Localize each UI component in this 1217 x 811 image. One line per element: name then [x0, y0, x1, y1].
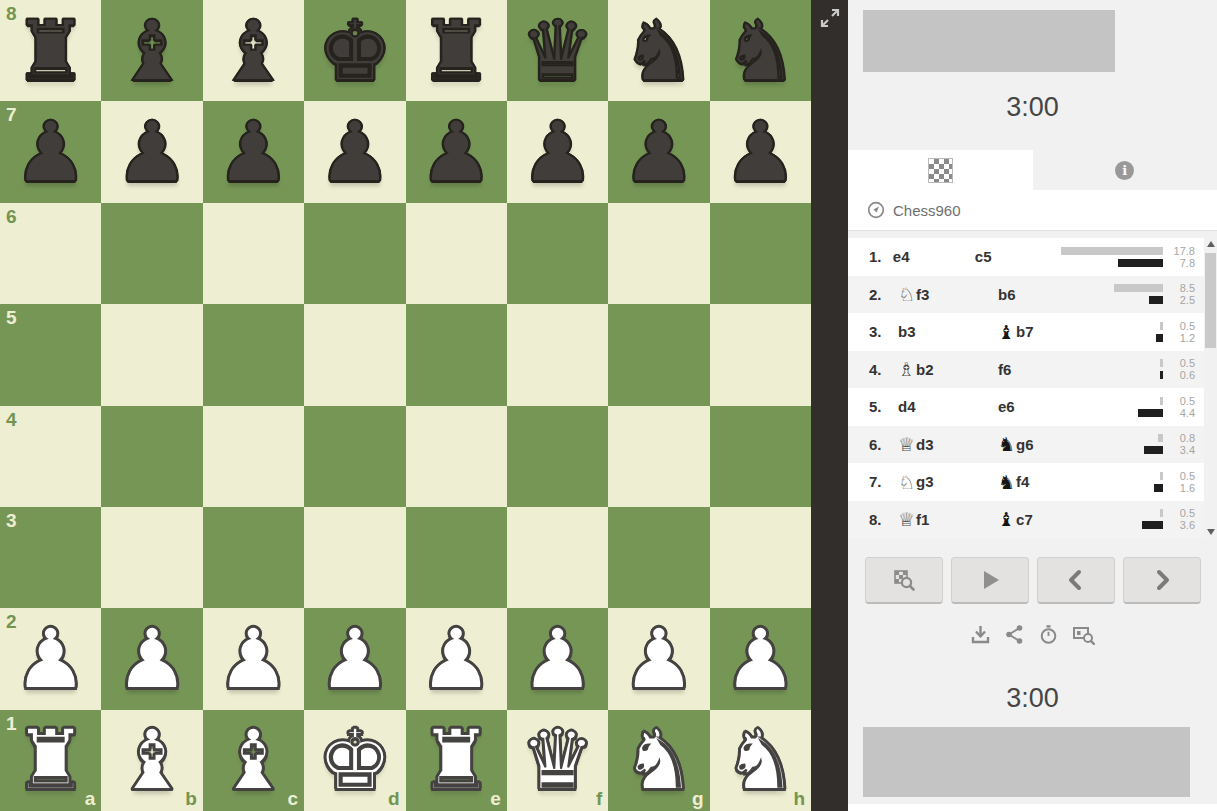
expand-board-icon[interactable] [818, 6, 842, 30]
black-bishop[interactable]: ♝ [216, 9, 291, 93]
white-time-line: 0.8 [1144, 433, 1195, 443]
analysis-board-button[interactable] [865, 557, 943, 604]
move-number: 2. [848, 286, 898, 303]
white-time-line: 0.5 [1154, 471, 1195, 481]
white-queen[interactable]: ♛ [520, 718, 595, 802]
square-f4[interactable] [507, 406, 608, 507]
black-time-line: 3.4 [1144, 445, 1195, 455]
square-g1[interactable]: g♞ [608, 710, 709, 811]
analysis-board-icon [891, 567, 917, 593]
white-time-value: 0.5 [1168, 396, 1195, 406]
move-time-info: 0.83.4 [1144, 433, 1204, 455]
move-text: g3 [916, 473, 934, 490]
black-rook[interactable]: ♜ [13, 9, 88, 93]
move-text: b6 [998, 286, 1016, 303]
move-text: b7 [1016, 323, 1034, 340]
black-time-value: 4.4 [1168, 408, 1195, 418]
white-pawn[interactable]: ♟ [621, 617, 696, 701]
square-g8[interactable]: ♞ [608, 0, 709, 101]
move-number: 5. [848, 398, 898, 415]
square-g5[interactable] [608, 304, 709, 405]
top-player-clock: 3:00 [848, 92, 1217, 123]
info-icon: i [1115, 161, 1134, 180]
white-knight[interactable]: ♞ [621, 718, 696, 802]
square-g6[interactable] [608, 203, 709, 304]
black-move[interactable]: ♝b7 [998, 321, 1103, 343]
white-move[interactable]: e4 [893, 248, 975, 265]
move-time-info: 17.87.8 [1061, 246, 1204, 268]
chevron-left-icon [1063, 567, 1089, 593]
board-side-strip [811, 0, 848, 811]
square-c3[interactable] [203, 507, 304, 608]
black-time-line: 3.6 [1142, 520, 1195, 530]
square-c2[interactable]: ♟ [203, 608, 304, 709]
white-bishop[interactable]: ♝ [216, 718, 291, 802]
move-piece-icon: ♕ [898, 508, 915, 530]
move-time-info: 0.53.6 [1142, 508, 1204, 530]
black-move[interactable]: ♞f4 [998, 471, 1103, 493]
move-text: c5 [975, 248, 992, 265]
move-text: b3 [898, 323, 916, 340]
move-text: c7 [1016, 511, 1033, 528]
square-b3[interactable] [101, 507, 202, 608]
square-d8[interactable]: ♚ [304, 0, 405, 101]
move-text: b2 [916, 361, 934, 378]
black-pawn[interactable]: ♟ [13, 110, 88, 194]
square-h7[interactable]: ♟ [710, 101, 811, 202]
square-a4[interactable]: 4 [0, 406, 101, 507]
black-time-bar [1144, 446, 1163, 454]
square-a5[interactable]: 5 [0, 304, 101, 405]
move-text: f4 [1016, 473, 1029, 490]
square-f6[interactable] [507, 203, 608, 304]
black-time-value: 0.6 [1168, 370, 1195, 380]
black-time-line: 2.5 [1114, 295, 1195, 305]
square-b5[interactable] [101, 304, 202, 405]
square-c4[interactable] [203, 406, 304, 507]
move-row-8: 8.♕f1♝c70.53.6 [848, 501, 1204, 539]
stopwatch-icon[interactable] [1038, 624, 1059, 645]
black-time-bar [1149, 296, 1163, 304]
square-e3[interactable] [406, 507, 507, 608]
square-b7[interactable]: ♟ [101, 101, 202, 202]
black-pawn[interactable]: ♟ [216, 110, 291, 194]
move-time-info: 0.50.6 [1160, 358, 1204, 380]
move-row-4: 4.♗b2f60.50.6 [848, 351, 1204, 389]
white-rook[interactable]: ♜ [419, 718, 494, 802]
chess960-game-screen: 8♜♝♝♚♜♛♞♞7♟♟♟♟♟♟♟♟65432♟♟♟♟♟♟♟♟1a♜b♝c♝d♚… [0, 0, 1217, 811]
white-rook[interactable]: ♜ [13, 718, 88, 802]
white-move[interactable]: ♘g3 [898, 471, 998, 493]
move-number: 1. [848, 248, 893, 265]
move-number: 6. [848, 436, 898, 453]
mini-chessboard-icon [928, 158, 953, 183]
white-time-line: 0.5 [1138, 396, 1195, 406]
white-pawn[interactable]: ♟ [419, 617, 494, 701]
square-g4[interactable] [608, 406, 709, 507]
black-time-value: 3.6 [1168, 520, 1195, 530]
square-b1[interactable]: b♝ [101, 710, 202, 811]
white-time-bar [1158, 434, 1163, 442]
move-text: d4 [898, 398, 916, 415]
white-time-bar [1061, 247, 1163, 255]
play-icon [977, 567, 1003, 593]
black-time-line: 1.6 [1154, 483, 1195, 493]
square-c8[interactable]: ♝ [203, 0, 304, 101]
square-d3[interactable] [304, 507, 405, 608]
move-piece-icon: ♕ [898, 433, 915, 455]
white-move[interactable]: ♘f3 [898, 283, 998, 305]
black-rook[interactable]: ♜ [419, 9, 494, 93]
black-bishop[interactable]: ♝ [114, 9, 189, 93]
share-icon[interactable] [1004, 624, 1025, 645]
square-f3[interactable] [507, 507, 608, 608]
move-row-6: 6.♕d3♞g60.83.4 [848, 426, 1204, 464]
square-h8[interactable]: ♞ [710, 0, 811, 101]
white-bishop[interactable]: ♝ [114, 718, 189, 802]
square-e2[interactable]: ♟ [406, 608, 507, 709]
scroll-down-icon[interactable] [1207, 529, 1215, 535]
scrollbar-thumb[interactable] [1205, 253, 1216, 348]
file-label-c: c [288, 789, 299, 808]
rank-label-6: 6 [6, 207, 17, 226]
white-time-line: 0.5 [1142, 508, 1195, 518]
move-text: d3 [916, 436, 934, 453]
game-tools [848, 619, 1217, 649]
white-time-bar [1160, 472, 1163, 480]
move-time-info: 0.54.4 [1138, 396, 1204, 418]
square-h3[interactable] [710, 507, 811, 608]
square-h6[interactable] [710, 203, 811, 304]
black-time-bar [1142, 521, 1163, 529]
white-time-bar [1160, 509, 1163, 517]
square-f7[interactable]: ♟ [507, 101, 608, 202]
rank-label-8: 8 [6, 4, 17, 23]
download-icon[interactable] [970, 624, 991, 645]
square-b4[interactable] [101, 406, 202, 507]
playback-controls [865, 557, 1201, 604]
white-knight[interactable]: ♞ [723, 718, 798, 802]
white-move[interactable]: d4 [898, 398, 998, 415]
variant-label: Chess960 [893, 202, 961, 219]
square-h2[interactable]: ♟ [710, 608, 811, 709]
square-d2[interactable]: ♟ [304, 608, 405, 709]
black-move[interactable]: b6 [998, 286, 1103, 303]
next-move-button[interactable] [1123, 557, 1201, 604]
bottom-player-name-placeholder [863, 727, 1190, 797]
move-text: e6 [998, 398, 1015, 415]
white-time-value: 0.8 [1168, 433, 1195, 443]
white-move[interactable]: ♕f1 [898, 508, 998, 530]
move-row-2: 2.♘f3b68.52.5 [848, 276, 1204, 314]
square-e7[interactable]: ♟ [406, 101, 507, 202]
file-label-b: b [185, 789, 197, 808]
white-time-value: 0.5 [1168, 471, 1195, 481]
move-list: 1.e4c517.87.82.♘f3b68.52.53.b3♝b70.51.24… [848, 238, 1204, 538]
move-text: f3 [916, 286, 929, 303]
file-label-h: h [793, 789, 805, 808]
square-b8[interactable]: ♝ [101, 0, 202, 101]
white-move[interactable]: ♕d3 [898, 433, 998, 455]
square-a2[interactable]: 2♟ [0, 608, 101, 709]
square-g3[interactable] [608, 507, 709, 608]
square-e4[interactable] [406, 406, 507, 507]
white-time-bar [1160, 322, 1163, 330]
black-time-line: 7.8 [1061, 258, 1195, 268]
square-f5[interactable] [507, 304, 608, 405]
white-time-bar [1160, 397, 1163, 405]
move-row-1: 1.e4c517.87.8 [848, 238, 1204, 276]
white-time-value: 0.5 [1168, 321, 1195, 331]
move-time-info: 0.51.6 [1154, 471, 1204, 493]
white-move[interactable]: b3 [898, 323, 998, 340]
square-e8[interactable]: ♜ [406, 0, 507, 101]
rank-label-5: 5 [6, 308, 17, 327]
move-row-5: 5.d4e60.54.4 [848, 388, 1204, 426]
chess960-variant-icon [867, 201, 885, 219]
move-piece-icon: ♞ [998, 433, 1015, 455]
square-b6[interactable] [101, 203, 202, 304]
black-king[interactable]: ♚ [317, 9, 392, 93]
move-number: 3. [848, 323, 898, 340]
square-a6[interactable]: 6 [0, 203, 101, 304]
white-pawn[interactable]: ♟ [520, 617, 595, 701]
square-c1[interactable]: c♝ [203, 710, 304, 811]
play-button[interactable] [951, 557, 1029, 604]
chess-board: 8♜♝♝♚♜♛♞♞7♟♟♟♟♟♟♟♟65432♟♟♟♟♟♟♟♟1a♜b♝c♝d♚… [0, 0, 811, 811]
square-a8[interactable]: 8♜ [0, 0, 101, 101]
move-text: g6 [1016, 436, 1034, 453]
black-time-bar [1156, 334, 1163, 342]
black-time-line: 4.4 [1138, 408, 1195, 418]
move-number: 8. [848, 511, 898, 528]
square-a1[interactable]: 1a♜ [0, 710, 101, 811]
white-pawn[interactable]: ♟ [723, 617, 798, 701]
black-time-value: 1.6 [1168, 483, 1195, 493]
file-label-d: d [388, 789, 400, 808]
rank-label-2: 2 [6, 612, 17, 631]
white-move[interactable]: ♗b2 [898, 358, 998, 380]
top-player-name-placeholder [863, 10, 1115, 72]
black-move[interactable]: ♞g6 [998, 433, 1103, 455]
square-d6[interactable] [304, 203, 405, 304]
black-pawn[interactable]: ♟ [621, 110, 696, 194]
black-time-bar [1160, 371, 1163, 379]
scroll-up-icon[interactable] [1207, 241, 1215, 247]
square-d4[interactable] [304, 406, 405, 507]
tab-info[interactable]: i [1033, 150, 1217, 190]
move-piece-icon: ♗ [898, 358, 915, 380]
square-e5[interactable] [406, 304, 507, 405]
file-label-f: f [596, 789, 602, 808]
square-c6[interactable] [203, 203, 304, 304]
game-sidebar: 3:00 i Chess960 1.e4c517.87.82.♘f3b68.52… [848, 0, 1217, 811]
black-time-line: 0.6 [1160, 370, 1195, 380]
file-label-a: a [85, 789, 96, 808]
move-piece-icon: ♘ [898, 471, 915, 493]
file-label-e: e [490, 789, 501, 808]
white-time-bar [1160, 359, 1163, 367]
move-list-scrollbar[interactable] [1204, 238, 1217, 538]
move-row-7: 7.♘g3♞f40.51.6 [848, 463, 1204, 501]
variant-row: Chess960 [848, 190, 1217, 231]
move-number: 7. [848, 473, 898, 490]
black-pawn[interactable]: ♟ [317, 110, 392, 194]
square-a3[interactable]: 3 [0, 507, 101, 608]
square-g7[interactable]: ♟ [608, 101, 709, 202]
rank-label-3: 3 [6, 511, 17, 530]
black-time-bar [1154, 484, 1163, 492]
black-pawn[interactable]: ♟ [520, 110, 595, 194]
computer-analysis-icon[interactable] [1072, 624, 1095, 645]
black-move[interactable]: c5 [975, 248, 1061, 265]
square-f8[interactable]: ♛ [507, 0, 608, 101]
white-time-value: 0.5 [1168, 358, 1195, 368]
square-c7[interactable]: ♟ [203, 101, 304, 202]
move-number: 4. [848, 361, 898, 378]
square-f1[interactable]: f♛ [507, 710, 608, 811]
square-e6[interactable] [406, 203, 507, 304]
white-time-line: 8.5 [1114, 283, 1195, 293]
white-pawn[interactable]: ♟ [13, 617, 88, 701]
sidebar-tabs: i [848, 150, 1217, 190]
square-e1[interactable]: e♜ [406, 710, 507, 811]
move-time-info: 8.52.5 [1114, 283, 1204, 305]
black-time-value: 1.2 [1168, 333, 1195, 343]
white-time-bar [1114, 284, 1163, 292]
move-row-3: 3.b3♝b70.51.2 [848, 313, 1204, 351]
black-pawn[interactable]: ♟ [723, 110, 798, 194]
white-king[interactable]: ♚ [317, 718, 392, 802]
black-move[interactable]: e6 [998, 398, 1103, 415]
square-h1[interactable]: h♞ [710, 710, 811, 811]
black-time-value: 3.4 [1168, 445, 1195, 455]
chevron-right-icon [1149, 567, 1175, 593]
white-time-value: 17.8 [1168, 246, 1195, 256]
rank-label-7: 7 [6, 105, 17, 124]
file-label-g: g [692, 789, 704, 808]
rank-label-4: 4 [6, 410, 17, 429]
square-h5[interactable] [710, 304, 811, 405]
black-time-value: 7.8 [1168, 258, 1195, 268]
previous-move-button[interactable] [1037, 557, 1115, 604]
square-c5[interactable] [203, 304, 304, 405]
white-time-line: 0.5 [1160, 358, 1195, 368]
move-piece-icon: ♘ [898, 283, 915, 305]
move-text: f6 [998, 361, 1011, 378]
white-time-value: 8.5 [1168, 283, 1195, 293]
white-pawn[interactable]: ♟ [114, 617, 189, 701]
square-g2[interactable]: ♟ [608, 608, 709, 709]
black-time-value: 2.5 [1168, 295, 1195, 305]
square-d7[interactable]: ♟ [304, 101, 405, 202]
black-queen[interactable]: ♛ [520, 9, 595, 93]
sidebar-bottom-divider [848, 804, 1217, 811]
bottom-player-clock: 3:00 [848, 683, 1217, 714]
black-pawn[interactable]: ♟ [419, 110, 494, 194]
square-b2[interactable]: ♟ [101, 608, 202, 709]
black-time-bar [1118, 259, 1163, 267]
white-time-line: 17.8 [1061, 246, 1195, 256]
white-pawn[interactable]: ♟ [216, 617, 291, 701]
move-text: f1 [916, 511, 929, 528]
white-time-line: 0.5 [1156, 321, 1195, 331]
black-knight[interactable]: ♞ [621, 9, 696, 93]
black-move[interactable]: ♝c7 [998, 508, 1103, 530]
square-h4[interactable] [710, 406, 811, 507]
move-piece-icon: ♝ [998, 508, 1015, 530]
move-piece-icon: ♝ [998, 321, 1015, 343]
rank-label-1: 1 [6, 714, 17, 733]
black-knight[interactable]: ♞ [723, 9, 798, 93]
square-d1[interactable]: d♚ [304, 710, 405, 811]
white-pawn[interactable]: ♟ [317, 617, 392, 701]
black-time-bar [1138, 409, 1163, 417]
black-time-line: 1.2 [1156, 333, 1195, 343]
square-d5[interactable] [304, 304, 405, 405]
move-text: e4 [893, 248, 910, 265]
square-a7[interactable]: 7♟ [0, 101, 101, 202]
tab-moves[interactable] [848, 150, 1033, 190]
black-pawn[interactable]: ♟ [114, 110, 189, 194]
square-f2[interactable]: ♟ [507, 608, 608, 709]
move-piece-icon: ♞ [998, 471, 1015, 493]
white-time-value: 0.5 [1168, 508, 1195, 518]
black-move[interactable]: f6 [998, 361, 1103, 378]
move-time-info: 0.51.2 [1156, 321, 1204, 343]
